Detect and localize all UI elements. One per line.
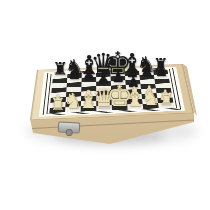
product-photo-scene: ♜♞♝♛♚♝♞♜♟♟♟♟♟♟♟♟♟♟♟♟♟♟♟♟♜♞♝♛♚♝♞♜ xyxy=(0,0,210,210)
square-e1 xyxy=(112,104,128,110)
square-f1 xyxy=(127,104,143,110)
box-lid-seam xyxy=(32,119,195,129)
square-g1 xyxy=(143,103,159,109)
chess-board-grid xyxy=(49,70,174,113)
square-a1 xyxy=(49,107,65,113)
square-d1 xyxy=(96,105,112,111)
chess-board-top xyxy=(30,64,194,120)
square-c1 xyxy=(81,106,97,112)
metal-clasp-icon xyxy=(58,121,81,133)
square-b1 xyxy=(65,106,81,112)
square-h1 xyxy=(158,102,174,108)
